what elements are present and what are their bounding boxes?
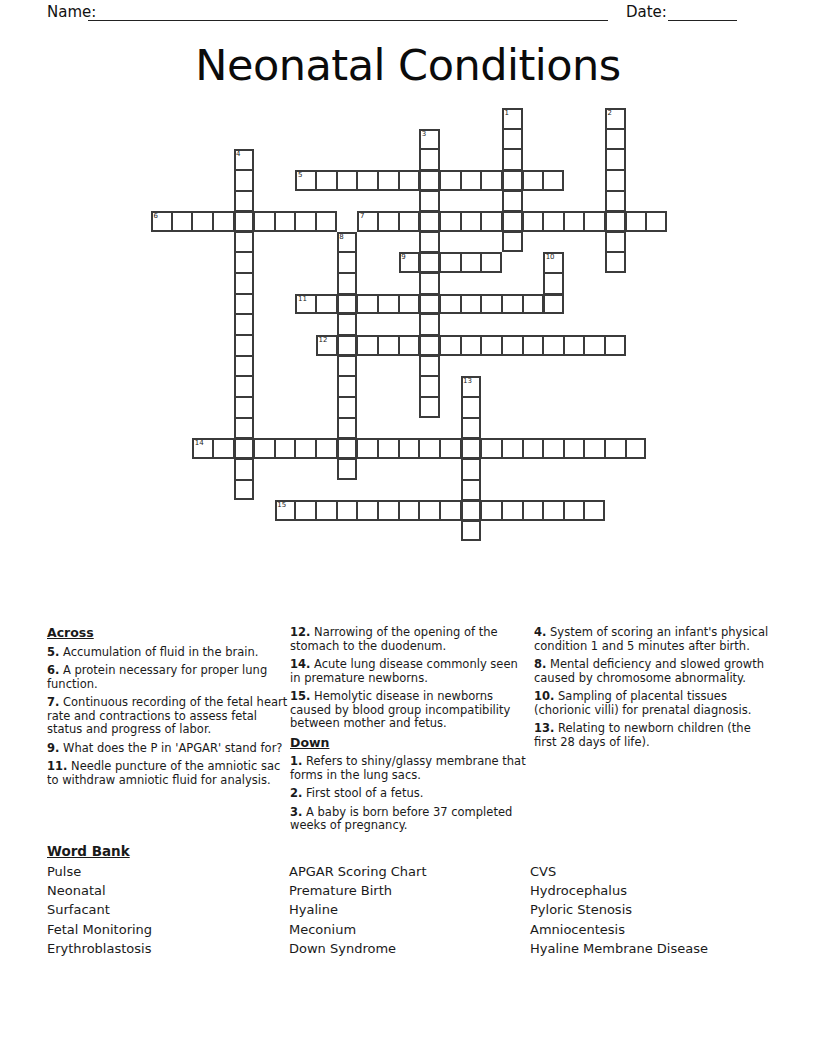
grid-cell[interactable]	[172, 211, 193, 232]
grid-cell[interactable]	[378, 335, 399, 356]
grid-cell[interactable]	[295, 500, 316, 521]
grid-cell[interactable]	[234, 314, 255, 335]
grid-cell[interactable]	[481, 252, 502, 273]
clue-number-label: 1	[504, 110, 508, 117]
clue-number: 10.	[534, 689, 554, 703]
clue-text: What does the P in 'APGAR' stand for?	[63, 741, 282, 755]
clue-column: Across5. Accumulation of fluid in the br…	[47, 626, 288, 792]
clue-number: 4.	[534, 625, 546, 639]
clue-text: Sampling of placental tissues (chorionic…	[534, 689, 751, 717]
clue-number-label: 2	[608, 110, 612, 117]
grid-cell[interactable]: 12	[316, 335, 337, 356]
grid-cell[interactable]	[584, 500, 605, 521]
grid-cell[interactable]	[605, 191, 626, 212]
grid-cell[interactable]	[605, 211, 626, 232]
grid-cell[interactable]	[461, 500, 482, 521]
grid-cell[interactable]	[646, 211, 667, 232]
grid-cell[interactable]: 13	[461, 376, 482, 397]
grid-cell[interactable]	[605, 129, 626, 150]
grid-cell[interactable]	[626, 211, 647, 232]
grid-cell[interactable]	[419, 397, 440, 418]
grid-cell[interactable]	[502, 170, 523, 191]
grid-cell[interactable]	[337, 459, 358, 480]
grid-cell[interactable]	[337, 376, 358, 397]
grid-cell[interactable]	[378, 438, 399, 459]
clue-number-label: 6	[154, 213, 158, 220]
grid-cell[interactable]	[337, 356, 358, 377]
grid-cell[interactable]: 2	[605, 108, 626, 129]
clue-number: 15.	[290, 689, 310, 703]
grid-cell[interactable]	[399, 170, 420, 191]
word-bank-item: Hydrocephalus	[530, 881, 770, 900]
clue-text: Needle puncture of the amniotic sac to w…	[47, 759, 280, 787]
clue-down-item: 10. Sampling of placental tissues (chori…	[534, 690, 775, 717]
grid-cell[interactable]: 3	[419, 129, 440, 150]
grid-cell[interactable]	[584, 438, 605, 459]
grid-cell[interactable]	[605, 252, 626, 273]
grid-cell[interactable]: 8	[337, 232, 358, 253]
clue-number-label: 9	[401, 254, 405, 261]
grid-cell[interactable]	[378, 500, 399, 521]
grid-cell[interactable]	[234, 273, 255, 294]
grid-cell[interactable]	[461, 211, 482, 232]
grid-cell[interactable]: 4	[234, 149, 255, 170]
grid-cell[interactable]: 9	[399, 252, 420, 273]
grid-cell[interactable]	[316, 438, 337, 459]
grid-cell[interactable]	[481, 211, 502, 232]
clue-text: A baby is born before 37 completed weeks…	[290, 805, 512, 833]
clue-text: Hemolytic disease in newborns caused by …	[290, 689, 510, 730]
grid-cell[interactable]: 11	[295, 294, 316, 315]
word-bank-item: Surfacant	[47, 900, 287, 919]
grid-cell[interactable]	[357, 438, 378, 459]
grid-cell[interactable]	[337, 438, 358, 459]
grid-cell[interactable]	[419, 438, 440, 459]
grid-cell[interactable]	[523, 294, 544, 315]
clue-across-item: 6. A protein necessary for proper lung f…	[47, 664, 288, 691]
clue-column: 4. System of scoring an infant's physica…	[534, 626, 775, 754]
word-bank-item: Pyloric Stenosis	[530, 900, 770, 919]
word-bank-item: Down Syndrome	[289, 939, 529, 958]
word-bank-item: Fetal Monitoring	[47, 920, 287, 939]
clue-across-item: 7. Continuous recording of the fetal hea…	[47, 696, 288, 737]
word-bank-item: APGAR Scoring Chart	[289, 862, 529, 881]
grid-cell[interactable]	[275, 211, 296, 232]
name-label: Name:	[47, 3, 96, 21]
clue-number: 6.	[47, 663, 59, 677]
grid-cell[interactable]	[419, 191, 440, 212]
grid-cell[interactable]	[275, 438, 296, 459]
grid-cell[interactable]: 7	[357, 211, 378, 232]
grid-cell[interactable]	[584, 335, 605, 356]
grid-cell[interactable]	[399, 500, 420, 521]
word-bank-item: Hyaline	[289, 900, 529, 919]
puzzle-title: Neonatal Conditions	[0, 40, 816, 90]
grid-cell[interactable]	[419, 252, 440, 273]
grid-cell[interactable]	[295, 211, 316, 232]
clue-number: 3.	[290, 805, 302, 819]
grid-cell[interactable]	[461, 438, 482, 459]
clue-number: 7.	[47, 695, 59, 709]
grid-cell[interactable]	[337, 335, 358, 356]
grid-cell[interactable]	[502, 211, 523, 232]
clue-number: 12.	[290, 625, 310, 639]
grid-cell[interactable]	[502, 191, 523, 212]
grid-cell[interactable]	[440, 438, 461, 459]
clue-down-item: 4. System of scoring an infant's physica…	[534, 626, 775, 653]
grid-cell[interactable]	[481, 335, 502, 356]
grid-cell[interactable]: 15	[275, 500, 296, 521]
grid-cell[interactable]	[440, 500, 461, 521]
grid-cell[interactable]	[234, 294, 255, 315]
clue-column: 12. Narrowing of the opening of the stom…	[290, 626, 531, 838]
grid-cell[interactable]	[234, 397, 255, 418]
grid-cell[interactable]	[234, 252, 255, 273]
clue-number: 13.	[534, 721, 554, 735]
grid-cell[interactable]	[502, 149, 523, 170]
grid-cell[interactable]	[419, 273, 440, 294]
clue-text: Mental deficiency and slowed growth caus…	[534, 657, 764, 685]
grid-cell[interactable]	[523, 170, 544, 191]
grid-cell[interactable]: 1	[502, 108, 523, 129]
grid-cell[interactable]	[440, 211, 461, 232]
clue-text: Refers to shiny/glassy membrane that for…	[290, 754, 526, 782]
grid-cell[interactable]	[523, 438, 544, 459]
clue-down-item: 13. Relating to newborn children (the fi…	[534, 722, 775, 749]
grid-cell[interactable]	[605, 335, 626, 356]
grid-cell[interactable]	[564, 438, 585, 459]
grid-cell[interactable]	[481, 170, 502, 191]
grid-cell[interactable]	[543, 211, 564, 232]
grid-cell[interactable]	[378, 294, 399, 315]
grid-cell[interactable]	[419, 294, 440, 315]
grid-cell[interactable]	[461, 252, 482, 273]
grid-cell[interactable]	[357, 294, 378, 315]
word-bank-item: Premature Birth	[289, 881, 529, 900]
grid-cell[interactable]	[440, 252, 461, 273]
word-bank-item: Pulse	[47, 862, 287, 881]
clue-text: Accumulation of fluid in the brain.	[63, 645, 258, 659]
grid-cell[interactable]	[316, 294, 337, 315]
grid-cell[interactable]	[419, 211, 440, 232]
grid-cell[interactable]	[543, 500, 564, 521]
grid-cell[interactable]	[461, 170, 482, 191]
grid-cell[interactable]: 14	[192, 438, 213, 459]
word-bank-item: Neonatal	[47, 881, 287, 900]
grid-cell[interactable]	[378, 170, 399, 191]
grid-cell[interactable]	[605, 438, 626, 459]
grid-cell[interactable]	[605, 149, 626, 170]
grid-cell[interactable]	[234, 438, 255, 459]
grid-cell[interactable]	[357, 335, 378, 356]
clue-text: Continuous recording of the fetal heart …	[47, 695, 287, 736]
clue-number-label: 12	[319, 337, 328, 344]
grid-cell[interactable]	[502, 500, 523, 521]
clue-text: System of scoring an infant's physical c…	[534, 625, 768, 653]
grid-cell[interactable]	[337, 418, 358, 439]
grid-cell[interactable]	[605, 232, 626, 253]
grid-cell[interactable]	[234, 418, 255, 439]
grid-cell[interactable]	[357, 500, 378, 521]
grid-cell[interactable]	[461, 294, 482, 315]
grid-cell[interactable]	[337, 170, 358, 191]
clue-number: 9.	[47, 741, 59, 755]
word-bank-item: Erythroblastosis	[47, 939, 287, 958]
grid-cell[interactable]	[399, 438, 420, 459]
grid-cell[interactable]	[419, 376, 440, 397]
grid-cell[interactable]	[337, 500, 358, 521]
grid-cell[interactable]	[295, 438, 316, 459]
grid-cell[interactable]	[523, 211, 544, 232]
grid-cell[interactable]	[337, 252, 358, 273]
grid-cell[interactable]	[419, 232, 440, 253]
clue-number-label: 4	[236, 151, 240, 158]
clue-number-label: 14	[195, 440, 204, 447]
grid-cell[interactable]	[461, 418, 482, 439]
date-label: Date:	[626, 3, 667, 21]
worksheet-page: Name: Date: Neonatal Conditions 12345678…	[0, 0, 816, 1056]
grid-cell[interactable]	[481, 500, 502, 521]
grid-cell[interactable]	[461, 335, 482, 356]
clue-across-item: 5. Accumulation of fluid in the brain.	[47, 646, 288, 660]
grid-cell[interactable]	[234, 232, 255, 253]
clue-number-label: 5	[298, 172, 302, 179]
grid-cell[interactable]	[213, 211, 234, 232]
grid-cell[interactable]	[461, 459, 482, 480]
word-bank-column: APGAR Scoring ChartPremature BirthHyalin…	[289, 862, 529, 958]
clue-text: Narrowing of the opening of the stomach …	[290, 625, 498, 653]
clue-number-label: 10	[546, 254, 555, 261]
grid-cell[interactable]	[337, 294, 358, 315]
clue-number: 1.	[290, 754, 302, 768]
clue-down-item: 1. Refers to shiny/glassy membrane that …	[290, 755, 531, 782]
clue-text: Acute lung disease commonly seen in prem…	[290, 657, 518, 685]
grid-cell[interactable]	[564, 500, 585, 521]
clue-number: 14.	[290, 657, 310, 671]
word-bank-heading: Word Bank	[47, 843, 130, 859]
grid-cell[interactable]	[419, 170, 440, 191]
grid-cell[interactable]	[543, 273, 564, 294]
name-underline	[88, 20, 608, 21]
grid-cell[interactable]	[419, 500, 440, 521]
grid-cell[interactable]	[419, 335, 440, 356]
grid-cell[interactable]	[234, 170, 255, 191]
grid-cell[interactable]	[564, 335, 585, 356]
clue-text: First stool of a fetus.	[306, 786, 423, 800]
grid-cell[interactable]: 5	[295, 170, 316, 191]
grid-cell[interactable]	[502, 232, 523, 253]
clue-number-label: 13	[463, 378, 472, 385]
grid-cell[interactable]	[399, 211, 420, 232]
grid-cell[interactable]	[440, 170, 461, 191]
date-underline	[668, 20, 737, 21]
clue-across-item: 12. Narrowing of the opening of the stom…	[290, 626, 531, 653]
clue-number: 11.	[47, 759, 67, 773]
grid-cell[interactable]	[234, 356, 255, 377]
grid-cell[interactable]	[440, 335, 461, 356]
clue-across-item: 15. Hemolytic disease in newborns caused…	[290, 690, 531, 731]
grid-cell[interactable]	[234, 211, 255, 232]
word-bank-item: CVS	[530, 862, 770, 881]
grid-cell[interactable]	[234, 480, 255, 501]
grid-cell[interactable]	[543, 438, 564, 459]
grid-cell[interactable]	[461, 480, 482, 501]
grid-cell[interactable]	[419, 149, 440, 170]
grid-cell[interactable]	[481, 294, 502, 315]
clue-number: 2.	[290, 786, 302, 800]
clue-number-label: 8	[339, 234, 343, 241]
grid-cell[interactable]	[419, 314, 440, 335]
grid-cell[interactable]: 10	[543, 252, 564, 273]
grid-cell[interactable]	[357, 170, 378, 191]
grid-cell[interactable]	[378, 211, 399, 232]
grid-cell[interactable]	[502, 129, 523, 150]
grid-cell[interactable]	[461, 521, 482, 542]
grid-cell[interactable]	[234, 191, 255, 212]
grid-cell[interactable]	[440, 294, 461, 315]
clue-across-item: 14. Acute lung disease commonly seen in …	[290, 658, 531, 685]
grid-cell[interactable]	[337, 273, 358, 294]
word-bank-item: Amniocentesis	[530, 920, 770, 939]
grid-cell[interactable]	[461, 397, 482, 418]
clue-text: A protein necessary for proper lung func…	[47, 663, 267, 691]
grid-cell[interactable]	[605, 170, 626, 191]
clue-across-item: 11. Needle puncture of the amniotic sac …	[47, 760, 288, 787]
clue-heading-across: Across	[47, 626, 288, 640]
grid-cell[interactable]	[502, 438, 523, 459]
clue-number-label: 11	[298, 296, 307, 303]
grid-cell[interactable]	[234, 376, 255, 397]
grid-cell[interactable]	[543, 170, 564, 191]
grid-cell[interactable]	[316, 170, 337, 191]
clue-text: Relating to newborn children (the first …	[534, 721, 751, 749]
grid-cell[interactable]	[234, 459, 255, 480]
grid-cell[interactable]	[481, 438, 502, 459]
grid-cell[interactable]	[399, 335, 420, 356]
grid-cell[interactable]	[543, 335, 564, 356]
clue-across-item: 9. What does the P in 'APGAR' stand for?	[47, 742, 288, 756]
grid-cell[interactable]	[564, 211, 585, 232]
grid-cell[interactable]	[543, 294, 564, 315]
grid-cell[interactable]	[316, 211, 337, 232]
clue-number: 8.	[534, 657, 546, 671]
grid-cell[interactable]	[254, 211, 275, 232]
clue-number: 5.	[47, 645, 59, 659]
word-bank-column: CVSHydrocephalusPyloric StenosisAmniocen…	[530, 862, 770, 958]
word-bank-column: PulseNeonatalSurfacantFetal MonitoringEr…	[47, 862, 287, 958]
grid-cell[interactable]	[192, 211, 213, 232]
grid-cell[interactable]: 6	[151, 211, 172, 232]
grid-cell[interactable]	[316, 500, 337, 521]
clue-number-label: 15	[277, 502, 286, 509]
grid-cell[interactable]	[399, 294, 420, 315]
grid-cell[interactable]	[523, 500, 544, 521]
clue-number-label: 7	[360, 213, 364, 220]
grid-cell[interactable]	[523, 335, 544, 356]
clue-down-item: 8. Mental deficiency and slowed growth c…	[534, 658, 775, 685]
grid-cell[interactable]	[502, 335, 523, 356]
clue-down-item: 3. A baby is born before 37 completed we…	[290, 806, 531, 833]
clue-down-item: 2. First stool of a fetus.	[290, 787, 531, 801]
word-bank-item: Meconium	[289, 920, 529, 939]
grid-cell[interactable]	[213, 438, 234, 459]
grid-cell[interactable]	[419, 356, 440, 377]
clue-number-label: 3	[422, 131, 426, 138]
grid-cell[interactable]	[626, 438, 647, 459]
grid-cell[interactable]	[502, 294, 523, 315]
grid-cell[interactable]	[234, 335, 255, 356]
word-bank-item: Hyaline Membrane Disease	[530, 939, 770, 958]
grid-cell[interactable]	[584, 211, 605, 232]
grid-cell[interactable]	[337, 314, 358, 335]
clue-heading-down: Down	[290, 736, 531, 750]
grid-cell[interactable]	[337, 397, 358, 418]
grid-cell[interactable]	[254, 438, 275, 459]
